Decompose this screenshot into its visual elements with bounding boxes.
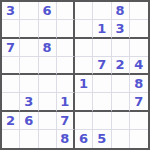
cell-r1c8[interactable] [130, 2, 148, 20]
given-digit: 2 [116, 58, 125, 71]
cell-r8c8[interactable] [130, 130, 148, 148]
cell-r2c1[interactable] [2, 20, 20, 38]
given-digit: 6 [24, 114, 33, 127]
cell-r5c1[interactable] [2, 75, 20, 93]
cell-r4c3[interactable] [39, 57, 57, 75]
cell-r2c7[interactable]: 3 [112, 20, 130, 38]
given-digit: 7 [97, 58, 106, 71]
given-digit: 3 [116, 22, 125, 35]
cell-r8c1[interactable] [2, 130, 20, 148]
cell-r7c5[interactable] [75, 112, 93, 130]
cell-r5c8[interactable]: 8 [130, 75, 148, 93]
given-digit: 3 [24, 95, 33, 108]
cell-r6c3[interactable] [39, 93, 57, 111]
cell-r2c5[interactable] [75, 20, 93, 38]
cell-r1c1[interactable]: 3 [2, 2, 20, 20]
given-digit: 8 [43, 41, 52, 54]
cell-r5c5[interactable]: 1 [75, 75, 93, 93]
given-digit: 1 [60, 95, 69, 108]
cell-r7c2[interactable]: 6 [20, 112, 38, 130]
given-digit: 7 [60, 114, 69, 127]
cell-r1c2[interactable] [20, 2, 38, 20]
given-digit: 8 [134, 77, 143, 90]
cell-r4c1[interactable] [2, 57, 20, 75]
given-digit: 6 [43, 4, 52, 17]
cell-r1c4[interactable] [57, 2, 75, 20]
given-digit: 3 [6, 4, 15, 17]
cell-r8c4[interactable]: 8 [57, 130, 75, 148]
cell-r1c6[interactable] [93, 2, 111, 20]
cell-r7c1[interactable]: 2 [2, 112, 20, 130]
cell-r3c8[interactable] [130, 39, 148, 57]
cell-r8c7[interactable] [112, 130, 130, 148]
cell-r4c8[interactable]: 4 [130, 57, 148, 75]
cell-r1c5[interactable] [75, 2, 93, 20]
cell-r6c2[interactable]: 3 [20, 93, 38, 111]
cell-r5c7[interactable] [112, 75, 130, 93]
cell-r6c8[interactable]: 7 [130, 93, 148, 111]
cell-r7c8[interactable] [130, 112, 148, 130]
cell-r1c3[interactable]: 6 [39, 2, 57, 20]
cell-r3c7[interactable] [112, 39, 130, 57]
cell-r4c4[interactable] [57, 57, 75, 75]
given-digit: 6 [79, 132, 88, 145]
cell-r4c2[interactable] [20, 57, 38, 75]
sudoku-board: 368137872418317267865 [0, 0, 150, 150]
cell-r6c7[interactable] [112, 93, 130, 111]
cell-r4c5[interactable] [75, 57, 93, 75]
cell-r8c3[interactable] [39, 130, 57, 148]
cell-r8c6[interactable]: 5 [93, 130, 111, 148]
cell-r3c5[interactable] [75, 39, 93, 57]
given-digit: 8 [116, 4, 125, 17]
cell-r6c4[interactable]: 1 [57, 93, 75, 111]
cell-r6c1[interactable] [2, 93, 20, 111]
given-digit: 8 [60, 132, 69, 145]
cell-r6c6[interactable] [93, 93, 111, 111]
given-digit: 2 [6, 114, 15, 127]
cell-r5c2[interactable] [20, 75, 38, 93]
cell-r5c4[interactable] [57, 75, 75, 93]
given-digit: 1 [79, 77, 88, 90]
cell-r7c6[interactable] [93, 112, 111, 130]
cell-r2c4[interactable] [57, 20, 75, 38]
cell-r3c3[interactable]: 8 [39, 39, 57, 57]
cell-r3c1[interactable]: 7 [2, 39, 20, 57]
cell-r7c4[interactable]: 7 [57, 112, 75, 130]
given-digit: 4 [134, 58, 143, 71]
cell-r8c5[interactable]: 6 [75, 130, 93, 148]
cell-r2c8[interactable] [130, 20, 148, 38]
cell-r3c4[interactable] [57, 39, 75, 57]
cell-r4c7[interactable]: 2 [112, 57, 130, 75]
given-digit: 1 [97, 22, 106, 35]
given-digit: 5 [97, 132, 106, 145]
cell-r4c6[interactable]: 7 [93, 57, 111, 75]
cell-r5c3[interactable] [39, 75, 57, 93]
cell-r1c7[interactable]: 8 [112, 2, 130, 20]
cell-r7c7[interactable] [112, 112, 130, 130]
cell-r7c3[interactable] [39, 112, 57, 130]
cell-r5c6[interactable] [93, 75, 111, 93]
cell-r2c3[interactable] [39, 20, 57, 38]
given-digit: 7 [6, 41, 15, 54]
cell-r3c6[interactable] [93, 39, 111, 57]
cell-r2c6[interactable]: 1 [93, 20, 111, 38]
given-digit: 7 [134, 95, 143, 108]
cell-r3c2[interactable] [20, 39, 38, 57]
cell-r8c2[interactable] [20, 130, 38, 148]
cell-r6c5[interactable] [75, 93, 93, 111]
cell-r2c2[interactable] [20, 20, 38, 38]
